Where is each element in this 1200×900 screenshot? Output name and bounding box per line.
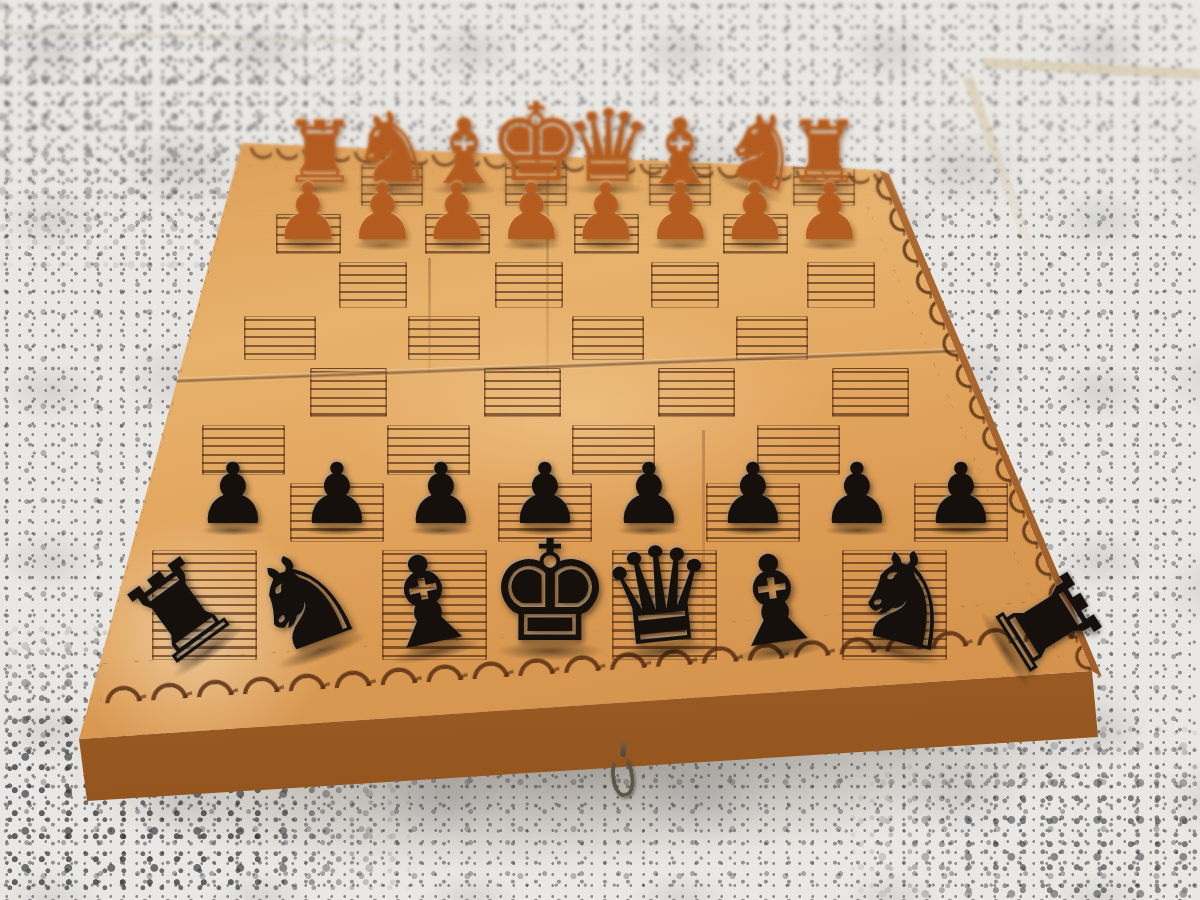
piece-white-pawn-g2[interactable]: ♟	[345, 173, 419, 251]
piece-white-pawn-a2[interactable]: ♟	[792, 173, 866, 251]
square-f4[interactable]	[403, 312, 485, 364]
square-d4[interactable]	[567, 312, 649, 364]
white-pawn-glyph: ♟	[643, 173, 717, 253]
square-c3[interactable]	[646, 258, 724, 312]
square-b3[interactable]	[724, 258, 802, 312]
piece-black-bishop-c8[interactable]: ♝	[708, 531, 840, 668]
white-pawn-glyph: ♟	[420, 173, 494, 253]
piece-black-bishop-f8[interactable]: ♝	[356, 528, 495, 671]
square-c5[interactable]	[653, 364, 740, 421]
square-e4[interactable]	[485, 312, 567, 364]
white-pawn-glyph: ♟	[792, 173, 866, 253]
black-bishop-glyph: ♝	[708, 531, 840, 670]
piece-white-pawn-b2[interactable]: ♟	[718, 173, 792, 251]
white-pawn-glyph: ♟	[569, 173, 643, 253]
piece-white-pawn-d2[interactable]: ♟	[569, 173, 643, 251]
white-pawn-glyph: ♟	[718, 173, 792, 253]
white-pawn-glyph: ♟	[271, 173, 345, 253]
square-g4[interactable]	[321, 312, 403, 364]
square-d5[interactable]	[566, 364, 653, 421]
square-a5[interactable]	[827, 364, 914, 421]
board-row	[256, 258, 880, 312]
square-a3[interactable]	[802, 258, 880, 312]
white-pawn-glyph: ♟	[345, 173, 419, 253]
square-e5[interactable]	[479, 364, 566, 421]
white-pawn-glyph: ♟	[494, 173, 568, 253]
wood-seam	[428, 258, 431, 373]
black-pawn-glyph: ♟	[193, 452, 273, 538]
black-queen-glyph: ♛	[590, 522, 729, 669]
black-pawn-glyph: ♟	[713, 452, 793, 538]
clasp-loop	[609, 756, 637, 799]
piece-white-pawn-f2[interactable]: ♟	[420, 173, 494, 251]
square-h3[interactable]	[256, 258, 334, 312]
square-d3[interactable]	[568, 258, 646, 312]
square-g3[interactable]	[334, 258, 412, 312]
clasp-pin	[620, 742, 627, 757]
piece-white-pawn-c2[interactable]: ♟	[643, 173, 717, 251]
piece-white-pawn-h2[interactable]: ♟	[271, 173, 345, 251]
square-b5[interactable]	[740, 364, 827, 421]
photo-scene: ♜♞♝♚♛♝♞♜♟♟♟♟♟♟♟♟♟♟♟♟♟♟♟♟♜♞♝♚♛♝♞♜	[0, 0, 1200, 900]
black-pawn-glyph: ♟	[921, 452, 1001, 538]
piece-black-pawn-c7[interactable]: ♟	[713, 452, 793, 536]
square-f3[interactable]	[412, 258, 490, 312]
square-e3[interactable]	[490, 258, 568, 312]
piece-black-pawn-h7[interactable]: ♟	[193, 452, 273, 536]
piece-black-pawn-f7[interactable]: ♟	[401, 452, 481, 536]
piece-black-pawn-a7[interactable]: ♟	[921, 452, 1001, 536]
square-h4[interactable]	[239, 312, 321, 364]
piece-white-pawn-e2[interactable]: ♟	[494, 173, 568, 251]
piece-black-queen-d8[interactable]: ♛	[590, 522, 729, 666]
